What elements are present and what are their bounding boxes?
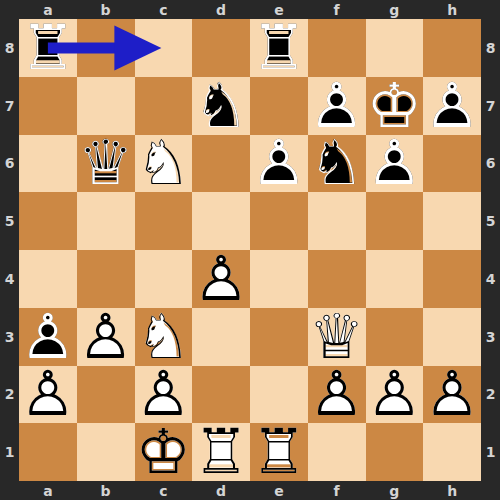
- piece-black-pawn[interactable]: ♟♙: [19, 308, 77, 366]
- piece-glyph-outline: ♖: [19, 19, 77, 77]
- square-c4[interactable]: [135, 250, 193, 308]
- piece-white-knight[interactable]: ♞♘: [135, 308, 193, 366]
- rank-label-5: 5: [0, 192, 19, 250]
- square-d3[interactable]: [192, 308, 250, 366]
- file-label-e: e: [250, 481, 308, 500]
- square-c6[interactable]: ♞♘: [135, 135, 193, 193]
- rank-label-2: 2: [0, 366, 19, 424]
- square-d8[interactable]: [192, 19, 250, 77]
- rank-label-8: 8: [481, 19, 500, 77]
- file-label-b: b: [77, 0, 135, 19]
- square-c1[interactable]: ♚♔: [135, 423, 193, 481]
- piece-white-pawn[interactable]: ♟♙: [135, 366, 193, 424]
- square-e2[interactable]: [250, 366, 308, 424]
- piece-glyph-fill: ♟: [250, 135, 308, 193]
- piece-glyph-fill: ♞: [135, 135, 193, 193]
- file-label-c: c: [135, 0, 193, 19]
- piece-glyph-outline: ♙: [192, 250, 250, 308]
- piece-glyph-fill: ♟: [366, 135, 424, 193]
- piece-glyph-outline: ♖: [192, 423, 250, 481]
- rank-label-6: 6: [481, 135, 500, 193]
- piece-glyph-fill: ♟: [135, 366, 193, 424]
- square-e8[interactable]: ♜♖: [250, 19, 308, 77]
- square-h7[interactable]: ♟♙: [423, 77, 481, 135]
- piece-black-rook[interactable]: ♜♖: [250, 19, 308, 77]
- chess-board-frame: abcdefgh abcdefgh 87654321 87654321 ♜♖♜♖…: [0, 0, 500, 500]
- piece-glyph-fill: ♟: [19, 366, 77, 424]
- rank-label-3: 3: [481, 308, 500, 366]
- square-a6[interactable]: [19, 135, 77, 193]
- piece-glyph-fill: ♞: [308, 135, 366, 193]
- file-label-f: f: [308, 481, 366, 500]
- square-d6[interactable]: [192, 135, 250, 193]
- square-g1[interactable]: [366, 423, 424, 481]
- square-b8[interactable]: [77, 19, 135, 77]
- rank-label-3: 3: [0, 308, 19, 366]
- square-c2[interactable]: ♟♙: [135, 366, 193, 424]
- square-a2[interactable]: ♟♙: [19, 366, 77, 424]
- file-labels-bottom: abcdefgh: [19, 481, 481, 500]
- rank-labels-right: 87654321: [481, 19, 500, 481]
- square-f6[interactable]: ♞♘: [308, 135, 366, 193]
- square-c8[interactable]: [135, 19, 193, 77]
- square-h2[interactable]: ♟♙: [423, 366, 481, 424]
- piece-black-rook[interactable]: ♜♖: [19, 19, 77, 77]
- piece-glyph-fill: ♟: [366, 366, 424, 424]
- square-c5[interactable]: [135, 192, 193, 250]
- rank-label-2: 2: [481, 366, 500, 424]
- piece-black-queen[interactable]: ♛♕: [77, 135, 135, 193]
- square-g8[interactable]: [366, 19, 424, 77]
- piece-glyph-outline: ♙: [366, 366, 424, 424]
- piece-glyph-fill: ♟: [19, 308, 77, 366]
- piece-black-king[interactable]: ♚♔: [366, 77, 424, 135]
- square-g6[interactable]: ♟♙: [366, 135, 424, 193]
- rank-label-1: 1: [0, 423, 19, 481]
- square-a5[interactable]: [19, 192, 77, 250]
- piece-white-pawn[interactable]: ♟♙: [77, 308, 135, 366]
- rank-label-8: 8: [0, 19, 19, 77]
- square-a7[interactable]: [19, 77, 77, 135]
- piece-glyph-outline: ♘: [135, 135, 193, 193]
- piece-glyph-outline: ♙: [250, 135, 308, 193]
- piece-white-pawn[interactable]: ♟♙: [19, 366, 77, 424]
- piece-white-knight[interactable]: ♞♘: [135, 135, 193, 193]
- piece-glyph-fill: ♛: [77, 135, 135, 193]
- piece-glyph-outline: ♘: [192, 77, 250, 135]
- square-e3[interactable]: [250, 308, 308, 366]
- square-h3[interactable]: [423, 308, 481, 366]
- piece-glyph-outline: ♘: [308, 135, 366, 193]
- rank-label-5: 5: [481, 192, 500, 250]
- square-a8[interactable]: ♜♖: [19, 19, 77, 77]
- rank-label-7: 7: [481, 77, 500, 135]
- piece-white-rook[interactable]: ♜♖: [250, 423, 308, 481]
- rank-label-4: 4: [0, 250, 19, 308]
- piece-glyph-fill: ♛: [308, 308, 366, 366]
- piece-black-knight[interactable]: ♞♘: [308, 135, 366, 193]
- piece-black-pawn[interactable]: ♟♙: [423, 77, 481, 135]
- piece-glyph-outline: ♔: [135, 423, 193, 481]
- square-f8[interactable]: [308, 19, 366, 77]
- piece-glyph-outline: ♙: [366, 135, 424, 193]
- square-g2[interactable]: ♟♙: [366, 366, 424, 424]
- piece-glyph-outline: ♔: [366, 77, 424, 135]
- piece-glyph-fill: ♜: [250, 423, 308, 481]
- piece-glyph-fill: ♜: [192, 423, 250, 481]
- square-e4[interactable]: [250, 250, 308, 308]
- piece-glyph-outline: ♕: [77, 135, 135, 193]
- square-f7[interactable]: ♟♙: [308, 77, 366, 135]
- piece-glyph-fill: ♞: [135, 308, 193, 366]
- file-label-f: f: [308, 0, 366, 19]
- piece-white-queen[interactable]: ♛♕: [308, 308, 366, 366]
- piece-white-rook[interactable]: ♜♖: [192, 423, 250, 481]
- piece-glyph-outline: ♙: [19, 366, 77, 424]
- square-h8[interactable]: [423, 19, 481, 77]
- piece-glyph-fill: ♟: [308, 366, 366, 424]
- square-a1[interactable]: [19, 423, 77, 481]
- piece-glyph-outline: ♙: [308, 77, 366, 135]
- square-d1[interactable]: ♜♖: [192, 423, 250, 481]
- piece-glyph-fill: ♟: [308, 77, 366, 135]
- rank-label-6: 6: [0, 135, 19, 193]
- square-e1[interactable]: ♜♖: [250, 423, 308, 481]
- piece-white-pawn[interactable]: ♟♙: [308, 366, 366, 424]
- piece-glyph-outline: ♕: [308, 308, 366, 366]
- square-f3[interactable]: ♛♕: [308, 308, 366, 366]
- piece-glyph-fill: ♚: [135, 423, 193, 481]
- piece-white-king[interactable]: ♚♔: [135, 423, 193, 481]
- square-d2[interactable]: [192, 366, 250, 424]
- piece-white-pawn[interactable]: ♟♙: [423, 366, 481, 424]
- rank-label-1: 1: [481, 423, 500, 481]
- square-f5[interactable]: [308, 192, 366, 250]
- square-f4[interactable]: [308, 250, 366, 308]
- piece-white-pawn[interactable]: ♟♙: [366, 366, 424, 424]
- rank-label-4: 4: [481, 250, 500, 308]
- piece-glyph-fill: ♟: [77, 308, 135, 366]
- piece-glyph-fill: ♜: [250, 19, 308, 77]
- square-b2[interactable]: [77, 366, 135, 424]
- piece-glyph-outline: ♙: [423, 366, 481, 424]
- rank-labels-left: 87654321: [0, 19, 19, 481]
- square-a3[interactable]: ♟♙: [19, 308, 77, 366]
- square-f2[interactable]: ♟♙: [308, 366, 366, 424]
- file-label-e: e: [250, 0, 308, 19]
- rank-label-7: 7: [0, 77, 19, 135]
- file-label-b: b: [77, 481, 135, 500]
- piece-white-pawn[interactable]: ♟♙: [192, 250, 250, 308]
- piece-black-knight[interactable]: ♞♘: [192, 77, 250, 135]
- piece-black-pawn[interactable]: ♟♙: [250, 135, 308, 193]
- square-c3[interactable]: ♞♘: [135, 308, 193, 366]
- piece-glyph-outline: ♘: [135, 308, 193, 366]
- file-label-g: g: [366, 481, 424, 500]
- square-e7[interactable]: [250, 77, 308, 135]
- square-c7[interactable]: [135, 77, 193, 135]
- piece-glyph-outline: ♙: [77, 308, 135, 366]
- square-d7[interactable]: ♞♘: [192, 77, 250, 135]
- piece-glyph-outline: ♙: [423, 77, 481, 135]
- square-g5[interactable]: [366, 192, 424, 250]
- piece-black-pawn[interactable]: ♟♙: [308, 77, 366, 135]
- square-b1[interactable]: [77, 423, 135, 481]
- piece-glyph-outline: ♙: [19, 308, 77, 366]
- piece-glyph-fill: ♟: [423, 77, 481, 135]
- file-label-d: d: [192, 481, 250, 500]
- square-d5[interactable]: [192, 192, 250, 250]
- piece-glyph-outline: ♖: [250, 423, 308, 481]
- square-h4[interactable]: [423, 250, 481, 308]
- square-e6[interactable]: ♟♙: [250, 135, 308, 193]
- piece-glyph-fill: ♟: [192, 250, 250, 308]
- file-label-h: h: [423, 481, 481, 500]
- file-label-a: a: [19, 481, 77, 500]
- square-a4[interactable]: [19, 250, 77, 308]
- piece-glyph-outline: ♖: [250, 19, 308, 77]
- square-g3[interactable]: [366, 308, 424, 366]
- piece-glyph-outline: ♙: [135, 366, 193, 424]
- square-b4[interactable]: [77, 250, 135, 308]
- square-h5[interactable]: [423, 192, 481, 250]
- square-b6[interactable]: ♛♕: [77, 135, 135, 193]
- square-h6[interactable]: [423, 135, 481, 193]
- file-labels-top: abcdefgh: [19, 0, 481, 19]
- square-f1[interactable]: [308, 423, 366, 481]
- chess-board: ♜♖♜♖♞♘♟♙♚♔♟♙♛♕♞♘♟♙♞♘♟♙♟♙♟♙♟♙♞♘♛♕♟♙♟♙♟♙♟♙…: [19, 19, 481, 481]
- file-label-c: c: [135, 481, 193, 500]
- square-b7[interactable]: [77, 77, 135, 135]
- piece-glyph-fill: ♚: [366, 77, 424, 135]
- file-label-h: h: [423, 0, 481, 19]
- file-label-a: a: [19, 0, 77, 19]
- file-label-d: d: [192, 0, 250, 19]
- piece-glyph-fill: ♜: [19, 19, 77, 77]
- piece-black-pawn[interactable]: ♟♙: [366, 135, 424, 193]
- piece-glyph-outline: ♙: [308, 366, 366, 424]
- square-g7[interactable]: ♚♔: [366, 77, 424, 135]
- square-d4[interactable]: ♟♙: [192, 250, 250, 308]
- square-b3[interactable]: ♟♙: [77, 308, 135, 366]
- square-g4[interactable]: [366, 250, 424, 308]
- file-label-g: g: [366, 0, 424, 19]
- square-h1[interactable]: [423, 423, 481, 481]
- square-b5[interactable]: [77, 192, 135, 250]
- square-e5[interactable]: [250, 192, 308, 250]
- piece-glyph-fill: ♟: [423, 366, 481, 424]
- piece-glyph-fill: ♞: [192, 77, 250, 135]
